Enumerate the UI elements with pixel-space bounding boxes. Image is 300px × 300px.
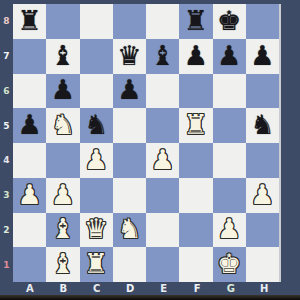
rank-label-5: 5 <box>0 108 13 143</box>
square-g8[interactable]: ♚ <box>213 4 246 39</box>
square-d8[interactable] <box>113 4 146 39</box>
square-h4[interactable] <box>246 143 279 178</box>
square-a7[interactable] <box>13 39 46 74</box>
square-a4[interactable] <box>13 143 46 178</box>
file-label-f: F <box>181 282 215 295</box>
square-g5[interactable] <box>213 108 246 143</box>
square-f2[interactable] <box>179 213 212 248</box>
square-d6[interactable]: ♟ <box>113 74 146 109</box>
black-rook: ♜ <box>18 7 42 36</box>
square-c4[interactable]: ♟ <box>80 143 113 178</box>
black-pawn: ♟ <box>117 76 141 105</box>
square-c3[interactable] <box>80 178 113 213</box>
square-g6[interactable] <box>213 74 246 109</box>
rank-label-3: 3 <box>0 178 13 213</box>
black-bishop: ♝ <box>51 42 75 71</box>
black-bishop: ♝ <box>151 42 175 71</box>
square-h5[interactable]: ♞ <box>246 108 279 143</box>
square-f8[interactable]: ♜ <box>179 4 212 39</box>
square-a2[interactable] <box>13 213 46 248</box>
black-pawn: ♟ <box>250 42 274 71</box>
frame-bottom-shadow <box>0 295 300 300</box>
square-f7[interactable]: ♟ <box>179 39 212 74</box>
square-b6[interactable]: ♟ <box>46 74 79 109</box>
square-b1[interactable]: ♝ <box>46 247 79 282</box>
black-pawn: ♟ <box>18 111 42 140</box>
file-label-h: H <box>248 282 282 295</box>
white-rook: ♜ <box>84 250 108 279</box>
black-knight: ♞ <box>84 111 108 140</box>
square-f1[interactable] <box>179 247 212 282</box>
file-label-b: B <box>47 282 81 295</box>
black-queen: ♛ <box>117 42 141 71</box>
white-queen: ♛ <box>84 215 108 244</box>
square-h2[interactable] <box>246 213 279 248</box>
white-knight: ♞ <box>117 215 141 244</box>
square-e6[interactable] <box>146 74 179 109</box>
black-knight: ♞ <box>250 111 274 140</box>
square-e2[interactable] <box>146 213 179 248</box>
black-pawn: ♟ <box>184 42 208 71</box>
file-label-g: G <box>214 282 248 295</box>
square-c2[interactable]: ♛ <box>80 213 113 248</box>
board-squares: ♜♜♚♝♛♝♟♟♟♟♟♟♞♞♜♞♟♟♟♟♟♝♛♞♟♝♜♚ <box>13 4 281 282</box>
square-b8[interactable] <box>46 4 79 39</box>
file-label-e: E <box>147 282 181 295</box>
square-a8[interactable]: ♜ <box>13 4 46 39</box>
white-pawn: ♟ <box>84 146 108 175</box>
rank-label-8: 8 <box>0 4 13 39</box>
square-h3[interactable]: ♟ <box>246 178 279 213</box>
square-d1[interactable] <box>113 247 146 282</box>
black-rook: ♜ <box>184 7 208 36</box>
square-f5[interactable]: ♜ <box>179 108 212 143</box>
white-bishop: ♝ <box>51 250 75 279</box>
square-h7[interactable]: ♟ <box>246 39 279 74</box>
black-pawn: ♟ <box>51 76 75 105</box>
square-e8[interactable] <box>146 4 179 39</box>
square-h8[interactable] <box>246 4 279 39</box>
square-d5[interactable] <box>113 108 146 143</box>
white-pawn: ♟ <box>51 181 75 210</box>
square-f4[interactable] <box>179 143 212 178</box>
square-e1[interactable] <box>146 247 179 282</box>
square-b3[interactable]: ♟ <box>46 178 79 213</box>
square-f3[interactable] <box>179 178 212 213</box>
square-g3[interactable] <box>213 178 246 213</box>
black-pawn: ♟ <box>217 42 241 71</box>
square-b5[interactable]: ♞ <box>46 108 79 143</box>
square-d2[interactable]: ♞ <box>113 213 146 248</box>
square-c7[interactable] <box>80 39 113 74</box>
white-pawn: ♟ <box>217 215 241 244</box>
rank-label-2: 2 <box>0 213 13 248</box>
white-rook: ♜ <box>184 111 208 140</box>
rank-labels: 87654321 <box>0 4 13 282</box>
square-b4[interactable] <box>46 143 79 178</box>
white-pawn: ♟ <box>151 146 175 175</box>
white-bishop: ♝ <box>51 215 75 244</box>
square-c6[interactable] <box>80 74 113 109</box>
square-d3[interactable] <box>113 178 146 213</box>
rank-label-7: 7 <box>0 39 13 74</box>
square-e4[interactable]: ♟ <box>146 143 179 178</box>
file-labels: ABCDEFGH <box>13 282 281 295</box>
square-b7[interactable]: ♝ <box>46 39 79 74</box>
square-c8[interactable] <box>80 4 113 39</box>
white-pawn: ♟ <box>250 181 274 210</box>
square-e3[interactable] <box>146 178 179 213</box>
white-pawn: ♟ <box>18 181 42 210</box>
square-c1[interactable]: ♜ <box>80 247 113 282</box>
file-label-a: A <box>13 282 47 295</box>
square-g4[interactable] <box>213 143 246 178</box>
rank-label-4: 4 <box>0 143 13 178</box>
white-king: ♚ <box>217 250 241 279</box>
square-d4[interactable] <box>113 143 146 178</box>
square-f6[interactable] <box>179 74 212 109</box>
square-g1[interactable]: ♚ <box>213 247 246 282</box>
rank-label-1: 1 <box>0 247 13 282</box>
square-h1[interactable] <box>246 247 279 282</box>
square-e7[interactable]: ♝ <box>146 39 179 74</box>
white-knight: ♞ <box>51 111 75 140</box>
square-a5[interactable]: ♟ <box>13 108 46 143</box>
file-label-d: D <box>114 282 148 295</box>
square-a3[interactable]: ♟ <box>13 178 46 213</box>
square-e5[interactable] <box>146 108 179 143</box>
square-g2[interactable]: ♟ <box>213 213 246 248</box>
chess-board-diagram: 87654321 ♜♜♚♝♛♝♟♟♟♟♟♟♞♞♜♞♟♟♟♟♟♝♛♞♟♝♜♚ AB… <box>0 0 300 300</box>
file-label-c: C <box>80 282 114 295</box>
square-c5[interactable]: ♞ <box>80 108 113 143</box>
square-a6[interactable] <box>13 74 46 109</box>
square-h6[interactable] <box>246 74 279 109</box>
square-b2[interactable]: ♝ <box>46 213 79 248</box>
black-king: ♚ <box>217 7 241 36</box>
square-d7[interactable]: ♛ <box>113 39 146 74</box>
rank-label-6: 6 <box>0 74 13 109</box>
square-a1[interactable] <box>13 247 46 282</box>
square-g7[interactable]: ♟ <box>213 39 246 74</box>
